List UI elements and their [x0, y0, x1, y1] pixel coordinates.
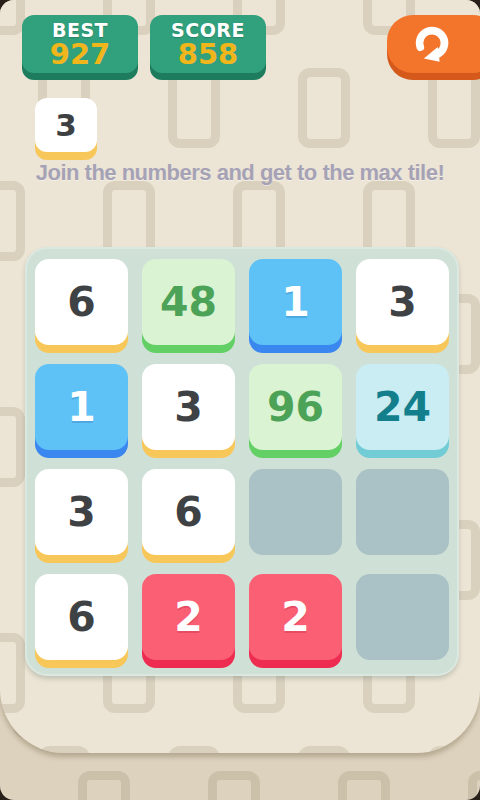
next-tile-preview: 3: [35, 98, 97, 152]
tile-96: 96: [249, 364, 342, 450]
wallpaper-square: [298, 68, 350, 148]
wallpaper-square: [468, 771, 480, 800]
wallpaper-square: [298, 746, 350, 753]
tile-3: 3: [35, 469, 128, 555]
empty-cell: [356, 574, 449, 660]
tagline-text: Join the numbers and get to the max tile…: [0, 160, 480, 186]
tile-value: 2: [281, 593, 310, 641]
wallpaper-square: [0, 633, 25, 713]
wallpaper-square: [168, 746, 220, 753]
wallpaper-square: [0, 407, 25, 487]
best-score-box: BEST 927: [22, 15, 138, 73]
tile-1: 1: [249, 259, 342, 345]
tile-3: 3: [356, 259, 449, 345]
current-score-box: SCORE 858: [150, 15, 266, 73]
main-panel: BEST 927 SCORE 858 3 Join the numbers an…: [0, 0, 480, 753]
tile-value: 6: [67, 278, 96, 326]
tile-24: 24: [356, 364, 449, 450]
tile-value: 48: [160, 278, 217, 326]
tile-value: 1: [281, 278, 310, 326]
tile-value: 6: [174, 488, 203, 536]
wallpaper-square: [0, 181, 25, 261]
empty-cell: [356, 469, 449, 555]
next-tile-value: 3: [55, 107, 77, 143]
score-value: 858: [178, 40, 239, 69]
best-value: 927: [50, 40, 111, 69]
tile-value: 6: [67, 593, 96, 641]
wallpaper-square: [208, 771, 260, 800]
tile-grid: 6481313962436622: [25, 247, 459, 676]
tile-value: 3: [174, 383, 203, 431]
game-board[interactable]: 6481313962436622: [25, 247, 459, 676]
restart-icon: [409, 21, 455, 67]
wallpaper-square: [78, 771, 130, 800]
tile-48: 48: [142, 259, 235, 345]
tile-value: 96: [267, 383, 324, 431]
tile-6: 6: [35, 259, 128, 345]
empty-cell: [249, 469, 342, 555]
tile-1: 1: [35, 364, 128, 450]
tile-value: 3: [388, 278, 417, 326]
tile-value: 1: [67, 383, 96, 431]
tile-2: 2: [249, 574, 342, 660]
tile-value: 2: [174, 593, 203, 641]
wallpaper-square: [338, 771, 390, 800]
app-screen: BEST 927 SCORE 858 3 Join the numbers an…: [0, 0, 480, 800]
tile-6: 6: [142, 469, 235, 555]
wallpaper-square: [428, 68, 480, 148]
wallpaper-square: [168, 68, 220, 148]
tile-value: 3: [67, 488, 96, 536]
tile-3: 3: [142, 364, 235, 450]
tile-6: 6: [35, 574, 128, 660]
tile-2: 2: [142, 574, 235, 660]
restart-button[interactable]: [387, 15, 480, 73]
tile-value: 24: [374, 383, 431, 431]
